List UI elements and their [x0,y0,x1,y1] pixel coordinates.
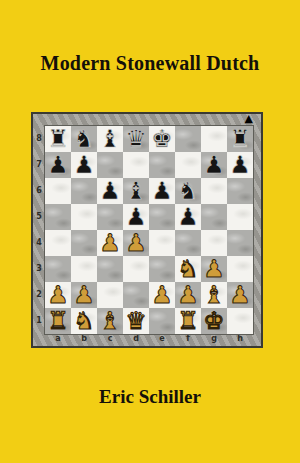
square-b2: ♟ [71,282,97,308]
rank-label-6: 6 [33,178,45,204]
square-c3 [97,256,123,282]
square-c5 [97,204,123,230]
white-queen-piece: ♛ [123,308,149,334]
white-pawn-piece: ♟ [175,282,201,308]
black-pawn-piece: ♟ [201,152,227,178]
square-h7: ♟ [227,152,253,178]
square-f1: ♜ [175,308,201,334]
white-to-move-indicator: ▲ [245,113,253,125]
square-a6 [45,178,71,204]
square-e4 [149,230,175,256]
square-g7: ♟ [201,152,227,178]
square-g6 [201,178,227,204]
square-g5 [201,204,227,230]
square-h6 [227,178,253,204]
white-pawn-piece: ♟ [45,282,71,308]
square-e5 [149,204,175,230]
square-g1: ♚ [201,308,227,334]
black-king-piece: ♚ [149,126,175,152]
square-h4 [227,230,253,256]
rank-label-5: 5 [33,204,45,230]
square-a1: ♜ [45,308,71,334]
square-e3 [149,256,175,282]
square-a5 [45,204,71,230]
square-e8: ♚ [149,126,175,152]
white-bishop-piece: ♝ [201,282,227,308]
square-h1 [227,308,253,334]
black-pawn-piece: ♟ [45,152,71,178]
square-c6: ♟ [97,178,123,204]
square-h3 [227,256,253,282]
white-king-piece: ♚ [201,308,227,334]
square-f7 [175,152,201,178]
rank-label-2: 2 [33,282,45,308]
white-pawn-piece: ♟ [71,282,97,308]
square-d8: ♛ [123,126,149,152]
black-rook-piece: ♜ [45,126,71,152]
square-c7 [97,152,123,178]
white-pawn-piece: ♟ [123,230,149,256]
square-a7: ♟ [45,152,71,178]
rank-label-4: 4 [33,230,45,256]
rank-labels: 87654321 [33,126,45,334]
white-knight-piece: ♞ [175,256,201,282]
square-b1: ♞ [71,308,97,334]
square-a4 [45,230,71,256]
square-b4 [71,230,97,256]
author-name: Eric Schiller [0,386,300,408]
square-f3: ♞ [175,256,201,282]
square-g8 [201,126,227,152]
square-c1: ♝ [97,308,123,334]
black-pawn-piece: ♟ [175,204,201,230]
white-pawn-piece: ♟ [227,282,253,308]
square-e7 [149,152,175,178]
chess-board-frame: ▲ 87654321 abcdefgh ♜♞♝♛♚♜♟♟♟♟♟♝♟♞♟♟♟♟♞♟… [31,112,263,348]
square-b3 [71,256,97,282]
square-h2: ♟ [227,282,253,308]
square-d3 [123,256,149,282]
file-label-e: e [149,332,175,346]
square-d7 [123,152,149,178]
square-d5: ♟ [123,204,149,230]
square-h8: ♜ [227,126,253,152]
square-d2 [123,282,149,308]
square-b7: ♟ [71,152,97,178]
square-c8: ♝ [97,126,123,152]
chess-board: ♜♞♝♛♚♜♟♟♟♟♟♝♟♞♟♟♟♟♞♟♟♟♟♟♝♟♜♞♝♛♜♚ [45,126,253,334]
square-a2: ♟ [45,282,71,308]
square-g2: ♝ [201,282,227,308]
square-e1 [149,308,175,334]
white-pawn-piece: ♟ [149,282,175,308]
black-pawn-piece: ♟ [227,152,253,178]
black-bishop-piece: ♝ [97,126,123,152]
square-c2 [97,282,123,308]
square-e2: ♟ [149,282,175,308]
square-d4: ♟ [123,230,149,256]
black-pawn-piece: ♟ [123,204,149,230]
black-knight-piece: ♞ [175,178,201,204]
square-c4: ♟ [97,230,123,256]
square-e6: ♟ [149,178,175,204]
square-b8: ♞ [71,126,97,152]
square-b5 [71,204,97,230]
square-f2: ♟ [175,282,201,308]
rank-label-7: 7 [33,152,45,178]
rank-label-1: 1 [33,308,45,334]
rank-label-3: 3 [33,256,45,282]
square-a3 [45,256,71,282]
square-h5 [227,204,253,230]
square-f4 [175,230,201,256]
white-pawn-piece: ♟ [97,230,123,256]
black-bishop-piece: ♝ [123,178,149,204]
black-queen-piece: ♛ [123,126,149,152]
black-rook-piece: ♜ [227,126,253,152]
black-knight-piece: ♞ [71,126,97,152]
white-bishop-piece: ♝ [97,308,123,334]
square-d1: ♛ [123,308,149,334]
white-rook-piece: ♜ [45,308,71,334]
square-f8 [175,126,201,152]
square-f5: ♟ [175,204,201,230]
square-d6: ♝ [123,178,149,204]
rank-label-8: 8 [33,126,45,152]
white-pawn-piece: ♟ [201,256,227,282]
book-title: Modern Stonewall Dutch [0,52,300,75]
file-label-h: h [227,332,253,346]
square-a8: ♜ [45,126,71,152]
square-g3: ♟ [201,256,227,282]
black-pawn-piece: ♟ [149,178,175,204]
black-pawn-piece: ♟ [97,178,123,204]
square-f6: ♞ [175,178,201,204]
square-b6 [71,178,97,204]
white-rook-piece: ♜ [175,308,201,334]
square-g4 [201,230,227,256]
black-pawn-piece: ♟ [71,152,97,178]
white-knight-piece: ♞ [71,308,97,334]
